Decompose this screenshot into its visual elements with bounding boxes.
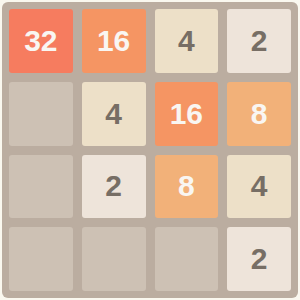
tile-2-r3c2: 2 [82,155,146,219]
tile-8-r3c3: 8 [155,155,219,219]
tile-2-r1c4: 2 [227,9,291,73]
empty-cell-r4c2 [82,227,146,291]
empty-cell-r4c3 [155,227,219,291]
empty-cell-r3c1 [9,155,73,219]
tile-8-r2c4: 8 [227,82,291,146]
tile-32-r1c1: 32 [9,9,73,73]
empty-cell-r2c1 [9,82,73,146]
page-background: 32164241682842 [0,0,300,300]
tile-2-r4c4: 2 [227,227,291,291]
tile-4-r2c2: 4 [82,82,146,146]
tile-4-r3c4: 4 [227,155,291,219]
tile-16-r1c2: 16 [82,9,146,73]
game-board-2048[interactable]: 32164241682842 [2,2,298,298]
tile-16-r2c3: 16 [155,82,219,146]
tile-4-r1c3: 4 [155,9,219,73]
empty-cell-r4c1 [9,227,73,291]
